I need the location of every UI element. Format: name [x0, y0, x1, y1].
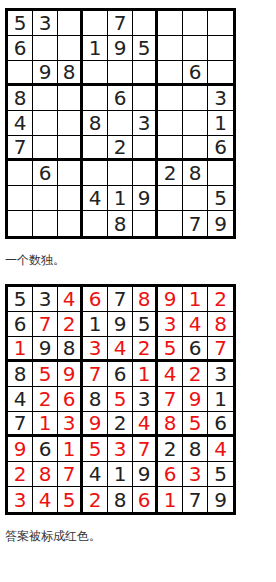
cell-r8c3: 7	[58, 462, 83, 487]
cell-r7c5	[108, 161, 133, 186]
cell-r5c8: 9	[183, 387, 208, 412]
cell-r1c2: 3	[33, 11, 58, 36]
cell-r5c2	[33, 111, 58, 136]
cell-r3c6	[133, 61, 158, 86]
cell-r6c2	[33, 136, 58, 161]
cell-r2c9: 8	[208, 312, 233, 337]
cell-r5c4: 8	[83, 111, 108, 136]
cell-r2c5: 9	[108, 312, 133, 337]
cell-r7c8: 8	[183, 161, 208, 186]
cell-r5c7: 7	[158, 387, 183, 412]
cell-r7c4: 5	[83, 437, 108, 462]
sudoku-puzzle-board: 537619598686348317266284195879	[5, 8, 236, 239]
cell-r6c3	[58, 136, 83, 161]
cell-r2c3	[58, 36, 83, 61]
cell-r7c7: 2	[158, 161, 183, 186]
cell-r4c6: 1	[133, 362, 158, 387]
cell-r2c5: 9	[108, 36, 133, 61]
cell-r4c8: 2	[183, 362, 208, 387]
cell-r6c9: 6	[208, 136, 233, 161]
cell-r8c2	[33, 186, 58, 211]
cell-r2c4: 1	[83, 36, 108, 61]
cell-r2c4: 1	[83, 312, 108, 337]
cell-r9c8: 7	[183, 487, 208, 512]
cell-r9c4: 2	[83, 487, 108, 512]
cell-r4c7	[158, 86, 183, 111]
cell-r9c9: 9	[208, 211, 233, 236]
cell-r5c8	[183, 111, 208, 136]
cell-r7c2: 6	[33, 161, 58, 186]
cell-r6c8: 5	[183, 412, 208, 437]
cell-r3c6: 2	[133, 337, 158, 362]
cell-r5c1: 4	[8, 111, 33, 136]
cell-r1c2: 3	[33, 287, 58, 312]
cell-r1c4: 6	[83, 287, 108, 312]
cell-r1c3: 4	[58, 287, 83, 312]
cell-r8c8: 3	[183, 462, 208, 487]
cell-r9c4	[83, 211, 108, 236]
cell-r7c4	[83, 161, 108, 186]
cell-r6c2: 1	[33, 412, 58, 437]
cell-r3c2: 9	[33, 337, 58, 362]
cell-r4c4: 7	[83, 362, 108, 387]
cell-r2c8: 4	[183, 312, 208, 337]
cell-r3c3: 8	[58, 337, 83, 362]
cell-r7c8: 8	[183, 437, 208, 462]
cell-r8c4: 4	[83, 186, 108, 211]
cell-r8c4: 4	[83, 462, 108, 487]
cell-r1c4	[83, 11, 108, 36]
cell-r6c1: 7	[8, 412, 33, 437]
cell-r2c1: 6	[8, 312, 33, 337]
cell-r3c1	[8, 61, 33, 86]
cell-r4c9: 3	[208, 362, 233, 387]
cell-r6c3: 3	[58, 412, 83, 437]
cell-r8c1	[8, 186, 33, 211]
cell-r6c7: 8	[158, 412, 183, 437]
cell-r8c5: 1	[108, 462, 133, 487]
cell-r7c6	[133, 161, 158, 186]
cell-r2c1: 6	[8, 36, 33, 61]
cell-r9c2: 4	[33, 487, 58, 512]
cell-r3c5	[108, 61, 133, 86]
sudoku-page: 537619598686348317266284195879 一个数独。 534…	[0, 0, 276, 566]
solution-caption: 答案被标成红色。	[5, 528, 276, 545]
cell-r6c8	[183, 136, 208, 161]
cell-r5c7	[158, 111, 183, 136]
cell-r1c5: 7	[108, 11, 133, 36]
cell-r4c1: 8	[8, 86, 33, 111]
cell-r1c8	[183, 11, 208, 36]
cell-r6c9: 6	[208, 412, 233, 437]
cell-r1c6	[133, 11, 158, 36]
cell-r5c6: 3	[133, 111, 158, 136]
cell-r3c9: 7	[208, 337, 233, 362]
cell-r7c3: 1	[58, 437, 83, 462]
cell-r9c9: 9	[208, 487, 233, 512]
cell-r4c6	[133, 86, 158, 111]
cell-r5c4: 8	[83, 387, 108, 412]
cell-r3c9	[208, 61, 233, 86]
cell-r4c1: 8	[8, 362, 33, 387]
cell-r6c5: 2	[108, 412, 133, 437]
cell-r9c5: 8	[108, 211, 133, 236]
cell-r6c6	[133, 136, 158, 161]
cell-r6c4	[83, 136, 108, 161]
cell-r4c3	[58, 86, 83, 111]
cell-r8c7	[158, 186, 183, 211]
cell-r4c4	[83, 86, 108, 111]
cell-r1c5: 7	[108, 287, 133, 312]
cell-r4c5: 6	[108, 362, 133, 387]
sudoku-solution-board: 5346789126721953481983425678597614234268…	[5, 284, 236, 515]
cell-r9c7	[158, 211, 183, 236]
cell-r8c7: 6	[158, 462, 183, 487]
cell-r1c7: 9	[158, 287, 183, 312]
cell-r4c7: 4	[158, 362, 183, 387]
cell-r7c7: 2	[158, 437, 183, 462]
cell-r6c5: 2	[108, 136, 133, 161]
cell-r7c2: 6	[33, 437, 58, 462]
cell-r6c7	[158, 136, 183, 161]
cell-r2c6: 5	[133, 36, 158, 61]
cell-r3c8: 6	[183, 337, 208, 362]
cell-r4c8	[183, 86, 208, 111]
cell-r7c5: 3	[108, 437, 133, 462]
cell-r2c7	[158, 36, 183, 61]
cell-r7c9	[208, 161, 233, 186]
cell-r9c7: 1	[158, 487, 183, 512]
cell-r5c5: 5	[108, 387, 133, 412]
cell-r3c2: 9	[33, 61, 58, 86]
cell-r2c9	[208, 36, 233, 61]
cell-r9c1: 3	[8, 487, 33, 512]
cell-r9c5: 8	[108, 487, 133, 512]
cell-r5c3	[58, 111, 83, 136]
cell-r3c3: 8	[58, 61, 83, 86]
cell-r7c3	[58, 161, 83, 186]
cell-r4c3: 9	[58, 362, 83, 387]
puzzle-caption: 一个数独。	[5, 252, 276, 269]
cell-r8c3	[58, 186, 83, 211]
cell-r5c9: 1	[208, 111, 233, 136]
cell-r7c9: 4	[208, 437, 233, 462]
cell-r9c3	[58, 211, 83, 236]
cell-r8c9: 5	[208, 186, 233, 211]
cell-r5c6: 3	[133, 387, 158, 412]
cell-r5c1: 4	[8, 387, 33, 412]
cell-r3c4: 3	[83, 337, 108, 362]
cell-r3c4	[83, 61, 108, 86]
cell-r2c6: 5	[133, 312, 158, 337]
cell-r3c8: 6	[183, 61, 208, 86]
cell-r4c2	[33, 86, 58, 111]
cell-r9c1	[8, 211, 33, 236]
cell-r7c1: 9	[8, 437, 33, 462]
cell-r4c2: 5	[33, 362, 58, 387]
cell-r4c5: 6	[108, 86, 133, 111]
cell-r3c1: 1	[8, 337, 33, 362]
cell-r8c1: 2	[8, 462, 33, 487]
cell-r8c6: 9	[133, 186, 158, 211]
cell-r1c3	[58, 11, 83, 36]
cell-r9c2	[33, 211, 58, 236]
cell-r3c5: 4	[108, 337, 133, 362]
cell-r8c6: 9	[133, 462, 158, 487]
cell-r1c7	[158, 11, 183, 36]
cell-r3c7	[158, 61, 183, 86]
cell-r9c6	[133, 211, 158, 236]
cell-r2c2: 7	[33, 312, 58, 337]
cell-r6c4: 9	[83, 412, 108, 437]
cell-r7c6: 7	[133, 437, 158, 462]
cell-r9c6: 6	[133, 487, 158, 512]
cell-r8c2: 8	[33, 462, 58, 487]
cell-r9c3: 5	[58, 487, 83, 512]
cell-r7c1	[8, 161, 33, 186]
cell-r1c9: 2	[208, 287, 233, 312]
cell-r5c5	[108, 111, 133, 136]
cell-r1c9	[208, 11, 233, 36]
cell-r8c9: 5	[208, 462, 233, 487]
cell-r3c7: 5	[158, 337, 183, 362]
cell-r1c8: 1	[183, 287, 208, 312]
cell-r8c5: 1	[108, 186, 133, 211]
cell-r1c6: 8	[133, 287, 158, 312]
cell-r2c2	[33, 36, 58, 61]
cell-r1c1: 5	[8, 287, 33, 312]
cell-r5c9: 1	[208, 387, 233, 412]
cell-r2c8	[183, 36, 208, 61]
cell-r2c3: 2	[58, 312, 83, 337]
cell-r8c8	[183, 186, 208, 211]
cell-r5c2: 2	[33, 387, 58, 412]
cell-r4c9: 3	[208, 86, 233, 111]
cell-r1c1: 5	[8, 11, 33, 36]
cell-r5c3: 6	[58, 387, 83, 412]
cell-r2c7: 3	[158, 312, 183, 337]
cell-r6c6: 4	[133, 412, 158, 437]
cell-r6c1: 7	[8, 136, 33, 161]
cell-r9c8: 7	[183, 211, 208, 236]
